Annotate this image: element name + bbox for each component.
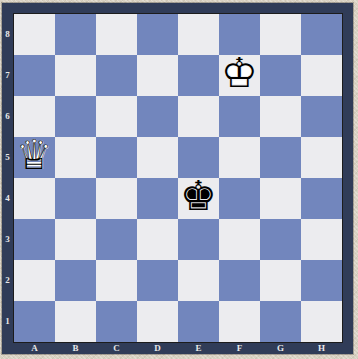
square-a8[interactable] <box>14 14 55 55</box>
square-d7[interactable] <box>137 55 178 96</box>
square-h5[interactable] <box>301 137 342 178</box>
square-e7[interactable] <box>178 55 219 96</box>
square-a7[interactable] <box>14 55 55 96</box>
file-labels: ABCDEFGH <box>14 343 342 354</box>
square-e1[interactable] <box>178 301 219 342</box>
square-d5[interactable] <box>137 137 178 178</box>
board-border: 87654321 ABCDEFGH ♚♔♛♕♚ <box>2 3 353 354</box>
white-queen-fill: ♛ <box>14 135 55 176</box>
square-b1[interactable] <box>55 301 96 342</box>
square-g2[interactable] <box>260 260 301 301</box>
square-h8[interactable] <box>301 14 342 55</box>
file-label-c: C <box>96 343 137 354</box>
square-a5[interactable]: ♛♕ <box>14 137 55 178</box>
square-f3[interactable] <box>219 219 260 260</box>
square-c1[interactable] <box>96 301 137 342</box>
square-g5[interactable] <box>260 137 301 178</box>
white-queen-piece: ♕ <box>14 135 55 176</box>
file-label-g: G <box>260 343 301 354</box>
square-e6[interactable] <box>178 96 219 137</box>
square-h2[interactable] <box>301 260 342 301</box>
square-e4[interactable]: ♚ <box>178 178 219 219</box>
square-e2[interactable] <box>178 260 219 301</box>
file-label-b: B <box>55 343 96 354</box>
square-b7[interactable] <box>55 55 96 96</box>
square-f4[interactable] <box>219 178 260 219</box>
rank-label-1: 1 <box>2 301 13 342</box>
square-h7[interactable] <box>301 55 342 96</box>
square-b4[interactable] <box>55 178 96 219</box>
rank-label-5: 5 <box>2 137 13 178</box>
square-e5[interactable] <box>178 137 219 178</box>
square-h4[interactable] <box>301 178 342 219</box>
square-e3[interactable] <box>178 219 219 260</box>
square-c8[interactable] <box>96 14 137 55</box>
square-b8[interactable] <box>55 14 96 55</box>
square-a6[interactable] <box>14 96 55 137</box>
square-f5[interactable] <box>219 137 260 178</box>
square-b6[interactable] <box>55 96 96 137</box>
square-b5[interactable] <box>55 137 96 178</box>
square-g1[interactable] <box>260 301 301 342</box>
square-h6[interactable] <box>301 96 342 137</box>
square-g4[interactable] <box>260 178 301 219</box>
square-a4[interactable] <box>14 178 55 219</box>
rank-label-4: 4 <box>2 178 13 219</box>
square-e8[interactable] <box>178 14 219 55</box>
square-f1[interactable] <box>219 301 260 342</box>
square-f2[interactable] <box>219 260 260 301</box>
rank-label-6: 6 <box>2 96 13 137</box>
page-background: 87654321 ABCDEFGH ♚♔♛♕♚ <box>0 0 358 359</box>
white-king-fill: ♚ <box>219 53 260 94</box>
square-h3[interactable] <box>301 219 342 260</box>
square-b3[interactable] <box>55 219 96 260</box>
square-d6[interactable] <box>137 96 178 137</box>
rank-label-7: 7 <box>2 55 13 96</box>
square-c3[interactable] <box>96 219 137 260</box>
file-label-e: E <box>178 343 219 354</box>
square-c7[interactable] <box>96 55 137 96</box>
square-d1[interactable] <box>137 301 178 342</box>
square-d3[interactable] <box>137 219 178 260</box>
square-c6[interactable] <box>96 96 137 137</box>
square-g6[interactable] <box>260 96 301 137</box>
square-g7[interactable] <box>260 55 301 96</box>
square-g3[interactable] <box>260 219 301 260</box>
square-h1[interactable] <box>301 301 342 342</box>
square-f6[interactable] <box>219 96 260 137</box>
square-a2[interactable] <box>14 260 55 301</box>
rank-label-8: 8 <box>2 14 13 55</box>
square-c4[interactable] <box>96 178 137 219</box>
rank-labels: 87654321 <box>2 14 13 342</box>
square-c2[interactable] <box>96 260 137 301</box>
rank-label-3: 3 <box>2 219 13 260</box>
square-d8[interactable] <box>137 14 178 55</box>
square-a1[interactable] <box>14 301 55 342</box>
black-king-piece: ♚ <box>178 176 219 217</box>
square-g8[interactable] <box>260 14 301 55</box>
square-f7[interactable]: ♚♔ <box>219 55 260 96</box>
chess-board: ♚♔♛♕♚ <box>13 13 343 343</box>
file-label-f: F <box>219 343 260 354</box>
square-b2[interactable] <box>55 260 96 301</box>
white-king-piece: ♔ <box>219 53 260 94</box>
square-a3[interactable] <box>14 219 55 260</box>
square-c5[interactable] <box>96 137 137 178</box>
square-f8[interactable] <box>219 14 260 55</box>
square-d4[interactable] <box>137 178 178 219</box>
file-label-h: H <box>301 343 342 354</box>
square-d2[interactable] <box>137 260 178 301</box>
rank-label-2: 2 <box>2 260 13 301</box>
file-label-a: A <box>14 343 55 354</box>
file-label-d: D <box>137 343 178 354</box>
